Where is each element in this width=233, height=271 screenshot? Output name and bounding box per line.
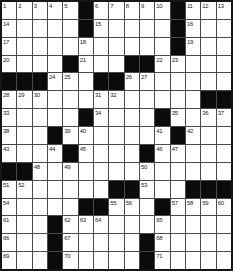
cell-r7c4[interactable] xyxy=(48,109,62,126)
black-cell-r10c1 xyxy=(2,163,16,180)
clue-number: 9 xyxy=(141,2,144,10)
clue-number: 3 xyxy=(34,2,37,10)
cell-r7c7[interactable]: 34 xyxy=(94,109,108,126)
cell-r12c1[interactable]: 54 xyxy=(2,199,16,216)
cell-r3c14[interactable] xyxy=(201,38,215,55)
cell-r6c4[interactable] xyxy=(48,91,62,108)
cell-r6c7[interactable]: 31 xyxy=(94,91,108,108)
clue-number: 7 xyxy=(110,2,113,10)
black-cell-r1c12 xyxy=(171,2,185,19)
cell-r2c4[interactable] xyxy=(48,20,62,37)
cell-r8c6[interactable]: 40 xyxy=(79,127,93,144)
cell-r15c15[interactable] xyxy=(217,252,231,269)
cell-r8c13[interactable]: 42 xyxy=(186,127,200,144)
clue-number: 53 xyxy=(141,181,147,189)
clue-number: 41 xyxy=(156,127,162,135)
cell-r2c10[interactable] xyxy=(140,20,154,37)
black-cell-r11c14 xyxy=(201,181,215,198)
cell-r15c3[interactable] xyxy=(33,252,47,269)
cell-r9c14[interactable] xyxy=(201,145,215,162)
cell-r7c14[interactable]: 36 xyxy=(201,109,215,126)
cell-r15c11[interactable]: 71 xyxy=(155,252,169,269)
cell-r12c8[interactable]: 55 xyxy=(109,199,123,216)
cell-r2c11[interactable] xyxy=(155,20,169,37)
cell-r3c5[interactable] xyxy=(63,38,77,55)
cell-r1c13[interactable]: 11 xyxy=(186,2,200,19)
cell-r14c8[interactable] xyxy=(109,234,123,251)
cell-r11c12[interactable] xyxy=(171,181,185,198)
black-cell-r7c11 xyxy=(155,109,169,126)
black-cell-r11c15 xyxy=(217,181,231,198)
cell-r12c12[interactable]: 57 xyxy=(171,199,185,216)
black-cell-r4c10 xyxy=(140,56,154,73)
cell-r6c8[interactable]: 32 xyxy=(109,91,123,108)
cell-r14c13[interactable] xyxy=(186,234,200,251)
cell-r9c7[interactable] xyxy=(94,145,108,162)
cell-r2c8[interactable] xyxy=(109,20,123,37)
cell-r10c4[interactable] xyxy=(48,163,62,180)
cell-r7c3[interactable] xyxy=(33,109,47,126)
cell-r2c15[interactable] xyxy=(217,20,231,37)
cell-r4c4[interactable] xyxy=(48,56,62,73)
black-cell-r4c9 xyxy=(125,56,139,73)
cell-r8c7[interactable] xyxy=(94,127,108,144)
crossword-grid: 1234567891011121314151617181920212223242… xyxy=(0,0,233,271)
cell-r1c8[interactable]: 7 xyxy=(109,2,123,19)
cell-r6c5[interactable] xyxy=(63,91,77,108)
cell-r8c5[interactable]: 39 xyxy=(63,127,77,144)
cell-r3c9[interactable] xyxy=(125,38,139,55)
cell-r15c12[interactable] xyxy=(171,252,185,269)
cell-r9c4[interactable]: 44 xyxy=(48,145,62,162)
cell-r11c6[interactable] xyxy=(79,181,93,198)
cell-r7c1[interactable]: 33 xyxy=(2,109,16,126)
cell-r12c10[interactable] xyxy=(140,199,154,216)
cell-r2c13[interactable]: 16 xyxy=(186,20,200,37)
black-cell-r2c12 xyxy=(171,20,185,37)
cell-r15c13[interactable] xyxy=(186,252,200,269)
cell-r8c15[interactable] xyxy=(217,127,231,144)
clue-number: 71 xyxy=(156,252,162,260)
cell-r15c1[interactable]: 69 xyxy=(2,252,16,269)
cell-r12c3[interactable] xyxy=(33,199,47,216)
clue-number: 48 xyxy=(34,163,40,171)
cell-r9c12[interactable]: 47 xyxy=(171,145,185,162)
cell-r4c12[interactable]: 23 xyxy=(171,56,185,73)
black-cell-r6c14 xyxy=(201,91,215,108)
black-cell-r12c11 xyxy=(155,199,169,216)
clue-number: 70 xyxy=(64,252,70,260)
cell-r3c10[interactable] xyxy=(140,38,154,55)
clue-number: 45 xyxy=(80,145,86,153)
cell-r13c14[interactable] xyxy=(201,216,215,233)
cell-r5c11[interactable] xyxy=(155,73,169,90)
black-cell-r15c10 xyxy=(140,252,154,269)
cell-r15c8[interactable] xyxy=(109,252,123,269)
cell-r8c8[interactable] xyxy=(109,127,123,144)
clue-number: 27 xyxy=(141,73,147,81)
cell-r6c13[interactable] xyxy=(186,91,200,108)
black-cell-r7c6 xyxy=(79,109,93,126)
clue-number: 51 xyxy=(3,181,9,189)
cell-r5c14[interactable] xyxy=(201,73,215,90)
clue-number: 12 xyxy=(202,2,208,10)
cell-r6c2[interactable]: 29 xyxy=(17,91,31,108)
cell-r11c10[interactable]: 53 xyxy=(140,181,154,198)
clue-number: 23 xyxy=(172,56,178,64)
cell-r14c11[interactable]: 68 xyxy=(155,234,169,251)
clue-number: 32 xyxy=(110,91,116,99)
cell-r10c7[interactable] xyxy=(94,163,108,180)
black-cell-r5c7 xyxy=(94,73,108,90)
cell-r10c3[interactable]: 48 xyxy=(33,163,47,180)
clue-number: 68 xyxy=(156,234,162,242)
cell-r7c8[interactable] xyxy=(109,109,123,126)
clue-number: 44 xyxy=(49,145,55,153)
cell-r10c5[interactable]: 49 xyxy=(63,163,77,180)
cell-r3c7[interactable] xyxy=(94,38,108,55)
cell-r4c3[interactable] xyxy=(33,56,47,73)
clue-number: 24 xyxy=(49,73,55,81)
cell-r6c10[interactable] xyxy=(140,91,154,108)
clue-number: 15 xyxy=(95,20,101,28)
black-cell-r9c5 xyxy=(63,145,77,162)
black-cell-r5c2 xyxy=(17,73,31,90)
cell-r10c14[interactable] xyxy=(201,163,215,180)
cell-r4c11[interactable]: 22 xyxy=(155,56,169,73)
cell-r9c13[interactable] xyxy=(186,145,200,162)
clue-number: 29 xyxy=(18,91,24,99)
black-cell-r5c3 xyxy=(33,73,47,90)
cell-r12c15[interactable]: 60 xyxy=(217,199,231,216)
clue-number: 16 xyxy=(187,20,193,28)
cell-r4c14[interactable] xyxy=(201,56,215,73)
cell-r8c14[interactable] xyxy=(201,127,215,144)
clue-number: 47 xyxy=(172,145,178,153)
cell-r11c4[interactable] xyxy=(48,181,62,198)
clue-number: 31 xyxy=(95,91,101,99)
clue-number: 38 xyxy=(3,127,9,135)
clue-number: 17 xyxy=(3,38,9,46)
cell-r11c2[interactable]: 52 xyxy=(17,181,31,198)
cell-r13c8[interactable] xyxy=(109,216,123,233)
clue-number: 39 xyxy=(64,127,70,135)
cell-r15c9[interactable] xyxy=(125,252,139,269)
cell-r11c11[interactable] xyxy=(155,181,169,198)
cell-r4c7[interactable] xyxy=(94,56,108,73)
cell-r10c8[interactable] xyxy=(109,163,123,180)
clue-number: 1 xyxy=(3,2,6,10)
clue-number: 5 xyxy=(64,2,67,10)
cell-r11c1[interactable]: 51 xyxy=(2,181,16,198)
black-cell-r2c6 xyxy=(79,20,93,37)
clue-number: 57 xyxy=(172,199,178,207)
cell-r3c3[interactable] xyxy=(33,38,47,55)
cell-r13c7[interactable]: 64 xyxy=(94,216,108,233)
clue-number: 19 xyxy=(187,38,193,46)
black-cell-r1c6 xyxy=(79,2,93,19)
cell-r7c2[interactable] xyxy=(17,109,31,126)
cell-r10c9[interactable] xyxy=(125,163,139,180)
cell-r1c15[interactable]: 13 xyxy=(217,2,231,19)
cell-r9c2[interactable] xyxy=(17,145,31,162)
cell-r1c14[interactable]: 12 xyxy=(201,2,215,19)
clue-number: 37 xyxy=(218,109,224,117)
cell-r3c11[interactable] xyxy=(155,38,169,55)
cell-r14c7[interactable] xyxy=(94,234,108,251)
cell-r5c10[interactable]: 27 xyxy=(140,73,154,90)
cell-r8c3[interactable] xyxy=(33,127,47,144)
black-cell-r12c7 xyxy=(94,199,108,216)
cell-r4c6[interactable]: 21 xyxy=(79,56,93,73)
clue-number: 62 xyxy=(64,216,70,224)
cell-r13c3[interactable] xyxy=(33,216,47,233)
cell-r3c13[interactable]: 19 xyxy=(186,38,200,55)
clue-number: 50 xyxy=(141,163,147,171)
cell-r3c8[interactable] xyxy=(109,38,123,55)
cell-r3c15[interactable] xyxy=(217,38,231,55)
cell-r9c11[interactable]: 46 xyxy=(155,145,169,162)
cell-r10c15[interactable] xyxy=(217,163,231,180)
clue-number: 8 xyxy=(126,2,129,10)
cell-r8c11[interactable]: 41 xyxy=(155,127,169,144)
cell-r4c2[interactable] xyxy=(17,56,31,73)
clue-number: 64 xyxy=(95,216,101,224)
cell-r1c11[interactable]: 10 xyxy=(155,2,169,19)
black-cell-r8c4 xyxy=(48,127,62,144)
clue-number: 25 xyxy=(64,73,70,81)
cell-r11c5[interactable] xyxy=(63,181,77,198)
black-cell-r9c10 xyxy=(140,145,154,162)
clue-number: 21 xyxy=(80,56,86,64)
black-cell-r11c9 xyxy=(125,181,139,198)
clue-number: 18 xyxy=(80,38,86,46)
cell-r2c14[interactable] xyxy=(201,20,215,37)
cell-r14c6[interactable] xyxy=(79,234,93,251)
clue-number: 6 xyxy=(95,2,98,10)
cell-r14c9[interactable] xyxy=(125,234,139,251)
black-cell-r14c4 xyxy=(48,234,62,251)
cell-r13c6[interactable]: 63 xyxy=(79,216,93,233)
cell-r5c12[interactable] xyxy=(171,73,185,90)
black-cell-r6c15 xyxy=(217,91,231,108)
cell-r10c6[interactable] xyxy=(79,163,93,180)
clue-number: 36 xyxy=(202,109,208,117)
cell-r12c13[interactable]: 58 xyxy=(186,199,200,216)
cell-r2c9[interactable] xyxy=(125,20,139,37)
cell-r1c1[interactable]: 1 xyxy=(2,2,16,19)
cell-r4c8[interactable] xyxy=(109,56,123,73)
cell-r1c4[interactable]: 4 xyxy=(48,2,62,19)
cell-r11c3[interactable] xyxy=(33,181,47,198)
cell-r13c5[interactable]: 62 xyxy=(63,216,77,233)
black-cell-r11c8 xyxy=(109,181,123,198)
cell-r2c1[interactable]: 14 xyxy=(2,20,16,37)
cell-r8c10[interactable] xyxy=(140,127,154,144)
black-cell-r11c13 xyxy=(186,181,200,198)
cell-r15c2[interactable] xyxy=(17,252,31,269)
cell-r9c6[interactable]: 45 xyxy=(79,145,93,162)
cell-r15c6[interactable] xyxy=(79,252,93,269)
cell-r12c9[interactable]: 56 xyxy=(125,199,139,216)
clue-number: 52 xyxy=(18,181,24,189)
cell-r5c4[interactable]: 24 xyxy=(48,73,62,90)
cell-r3c6[interactable]: 18 xyxy=(79,38,93,55)
clue-number: 65 xyxy=(156,216,162,224)
cell-r13c12[interactable] xyxy=(171,216,185,233)
clue-number: 14 xyxy=(3,20,9,28)
cell-r14c15[interactable] xyxy=(217,234,231,251)
cell-r2c5[interactable] xyxy=(63,20,77,37)
cell-r11c7[interactable] xyxy=(94,181,108,198)
clue-number: 56 xyxy=(126,199,132,207)
cell-r6c3[interactable]: 30 xyxy=(33,91,47,108)
clue-number: 13 xyxy=(218,2,224,10)
black-cell-r3c12 xyxy=(171,38,185,55)
cell-r14c14[interactable] xyxy=(201,234,215,251)
clue-number: 43 xyxy=(3,145,9,153)
clue-number: 54 xyxy=(3,199,9,207)
clue-number: 35 xyxy=(172,109,178,117)
clue-number: 40 xyxy=(80,127,86,135)
black-cell-r10c2 xyxy=(17,163,31,180)
cell-r12c14[interactable]: 59 xyxy=(201,199,215,216)
cell-r5c13[interactable] xyxy=(186,73,200,90)
black-cell-r13c4 xyxy=(48,216,62,233)
clue-number: 60 xyxy=(218,199,224,207)
cell-r6c9[interactable] xyxy=(125,91,139,108)
cell-r6c6[interactable] xyxy=(79,91,93,108)
cell-r9c15[interactable] xyxy=(217,145,231,162)
cell-r1c9[interactable]: 8 xyxy=(125,2,139,19)
clue-number: 4 xyxy=(49,2,52,10)
clue-number: 66 xyxy=(3,234,9,242)
cell-r7c5[interactable] xyxy=(63,109,77,126)
clue-number: 28 xyxy=(3,91,9,99)
cell-r5c6[interactable] xyxy=(79,73,93,90)
cell-r5c15[interactable] xyxy=(217,73,231,90)
cell-r15c7[interactable] xyxy=(94,252,108,269)
cell-r12c2[interactable] xyxy=(17,199,31,216)
clue-number: 20 xyxy=(3,56,9,64)
clue-number: 46 xyxy=(156,145,162,153)
black-cell-r15c4 xyxy=(48,252,62,269)
cell-r5c5[interactable]: 25 xyxy=(63,73,77,90)
cell-r9c1[interactable]: 43 xyxy=(2,145,16,162)
cell-r3c1[interactable]: 17 xyxy=(2,38,16,55)
black-cell-r8c12 xyxy=(171,127,185,144)
cell-r10c12[interactable] xyxy=(171,163,185,180)
cell-r2c3[interactable] xyxy=(33,20,47,37)
cell-r13c10[interactable] xyxy=(140,216,154,233)
cell-r13c1[interactable]: 61 xyxy=(2,216,16,233)
clue-number: 34 xyxy=(95,109,101,117)
clue-number: 59 xyxy=(202,199,208,207)
cell-r6c12[interactable] xyxy=(171,91,185,108)
cell-r14c1[interactable]: 66 xyxy=(2,234,16,251)
cell-r1c2[interactable]: 2 xyxy=(17,2,31,19)
cell-r1c10[interactable]: 9 xyxy=(140,2,154,19)
cell-r8c2[interactable] xyxy=(17,127,31,144)
cell-r9c3[interactable] xyxy=(33,145,47,162)
cell-r7c13[interactable] xyxy=(186,109,200,126)
cell-r3c2[interactable] xyxy=(17,38,31,55)
cell-r3c4[interactable] xyxy=(48,38,62,55)
clue-number: 67 xyxy=(64,234,70,242)
black-cell-r4c5 xyxy=(63,56,77,73)
cell-r9c8[interactable] xyxy=(109,145,123,162)
clue-number: 63 xyxy=(80,216,86,224)
cell-r9c9[interactable] xyxy=(125,145,139,162)
black-cell-r12c6 xyxy=(79,199,93,216)
clue-number: 30 xyxy=(34,91,40,99)
black-cell-r5c1 xyxy=(2,73,16,90)
cell-r7c10[interactable] xyxy=(140,109,154,126)
cell-r14c3[interactable] xyxy=(33,234,47,251)
cell-r4c13[interactable] xyxy=(186,56,200,73)
clue-number: 10 xyxy=(156,2,162,10)
cell-r15c14[interactable] xyxy=(201,252,215,269)
clue-number: 49 xyxy=(64,163,70,171)
clue-number: 22 xyxy=(156,56,162,64)
clue-number: 55 xyxy=(110,199,116,207)
cell-r13c13[interactable] xyxy=(186,216,200,233)
cell-r14c2[interactable] xyxy=(17,234,31,251)
cell-r7c12[interactable]: 35 xyxy=(171,109,185,126)
clue-number: 69 xyxy=(3,252,9,260)
cell-r13c15[interactable] xyxy=(217,216,231,233)
cell-r15c5[interactable]: 70 xyxy=(63,252,77,269)
cell-r4c1[interactable]: 20 xyxy=(2,56,16,73)
clue-number: 11 xyxy=(187,2,193,10)
black-cell-r14c10 xyxy=(140,234,154,251)
cell-r13c2[interactable] xyxy=(17,216,31,233)
clue-number: 26 xyxy=(126,73,132,81)
cell-r6c1[interactable]: 28 xyxy=(2,91,16,108)
cell-r12c5[interactable] xyxy=(63,199,77,216)
black-cell-r5c8 xyxy=(109,73,123,90)
cell-r7c9[interactable] xyxy=(125,109,139,126)
cell-r14c12[interactable] xyxy=(171,234,185,251)
cell-r14c5[interactable]: 67 xyxy=(63,234,77,251)
clue-number: 42 xyxy=(187,127,193,135)
cell-r1c3[interactable]: 3 xyxy=(33,2,47,19)
clue-number: 2 xyxy=(18,2,21,10)
cell-r8c9[interactable] xyxy=(125,127,139,144)
cell-r13c11[interactable]: 65 xyxy=(155,216,169,233)
cell-r1c7[interactable]: 6 xyxy=(94,2,108,19)
cell-r4c15[interactable] xyxy=(217,56,231,73)
cell-r1c5[interactable]: 5 xyxy=(63,2,77,19)
clue-number: 58 xyxy=(187,199,193,207)
cell-r7c15[interactable]: 37 xyxy=(217,109,231,126)
cell-r6c11[interactable] xyxy=(155,91,169,108)
clue-number: 61 xyxy=(3,216,9,224)
cell-r10c10[interactable]: 50 xyxy=(140,163,154,180)
cell-r2c2[interactable] xyxy=(17,20,31,37)
clue-number: 33 xyxy=(3,109,9,117)
cell-r13c9[interactable] xyxy=(125,216,139,233)
cell-r2c7[interactable]: 15 xyxy=(94,20,108,37)
cell-r10c11[interactable] xyxy=(155,163,169,180)
cell-r10c13[interactable] xyxy=(186,163,200,180)
cell-r12c4[interactable] xyxy=(48,199,62,216)
cell-r5c9[interactable]: 26 xyxy=(125,73,139,90)
cell-r8c1[interactable]: 38 xyxy=(2,127,16,144)
